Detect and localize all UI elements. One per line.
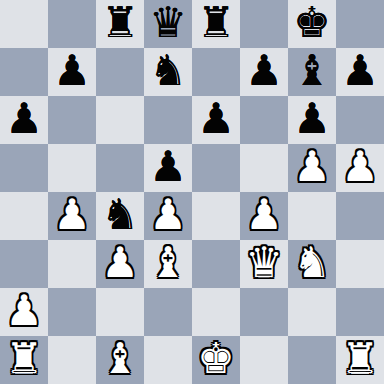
square-f7[interactable]: ♟	[240, 48, 288, 96]
square-d1[interactable]	[144, 336, 192, 384]
white-pawn[interactable]: ♟	[5, 287, 43, 335]
square-f5[interactable]	[240, 144, 288, 192]
square-c6[interactable]	[96, 96, 144, 144]
square-c4[interactable]: ♞	[96, 192, 144, 240]
square-h2[interactable]	[336, 288, 384, 336]
square-a3[interactable]	[0, 240, 48, 288]
square-e3[interactable]	[192, 240, 240, 288]
square-d3[interactable]: ♝	[144, 240, 192, 288]
square-d6[interactable]	[144, 96, 192, 144]
square-e4[interactable]	[192, 192, 240, 240]
square-a1[interactable]: ♜	[0, 336, 48, 384]
black-pawn[interactable]: ♟	[197, 95, 235, 143]
square-h6[interactable]	[336, 96, 384, 144]
chess-board-window: ♜♛♜♚♟♞♟♝♟♟♟♟♟♟♟♟♞♟♟♟♝♛♞♟♜♝♚♜	[0, 0, 384, 384]
square-a7[interactable]	[0, 48, 48, 96]
chess-board: ♜♛♜♚♟♞♟♝♟♟♟♟♟♟♟♟♞♟♟♟♝♛♞♟♜♝♚♜	[0, 0, 384, 384]
square-e1[interactable]: ♚	[192, 336, 240, 384]
white-pawn[interactable]: ♟	[293, 143, 331, 191]
white-queen[interactable]: ♛	[245, 239, 283, 287]
square-f3[interactable]: ♛	[240, 240, 288, 288]
black-bishop[interactable]: ♝	[293, 47, 331, 95]
square-a4[interactable]	[0, 192, 48, 240]
square-b7[interactable]: ♟	[48, 48, 96, 96]
square-a5[interactable]	[0, 144, 48, 192]
square-b3[interactable]	[48, 240, 96, 288]
black-pawn[interactable]: ♟	[341, 47, 379, 95]
square-c3[interactable]: ♟	[96, 240, 144, 288]
square-g5[interactable]: ♟	[288, 144, 336, 192]
white-pawn[interactable]: ♟	[101, 239, 139, 287]
square-a6[interactable]: ♟	[0, 96, 48, 144]
white-rook[interactable]: ♜	[5, 335, 43, 383]
square-h7[interactable]: ♟	[336, 48, 384, 96]
square-f2[interactable]	[240, 288, 288, 336]
square-e5[interactable]	[192, 144, 240, 192]
square-g7[interactable]: ♝	[288, 48, 336, 96]
black-pawn[interactable]: ♟	[5, 95, 43, 143]
square-g1[interactable]	[288, 336, 336, 384]
square-c8[interactable]: ♜	[96, 0, 144, 48]
black-king[interactable]: ♚	[293, 0, 331, 47]
square-b4[interactable]: ♟	[48, 192, 96, 240]
black-knight[interactable]: ♞	[101, 191, 139, 239]
square-a8[interactable]	[0, 0, 48, 48]
square-a2[interactable]: ♟	[0, 288, 48, 336]
square-g2[interactable]	[288, 288, 336, 336]
square-f8[interactable]	[240, 0, 288, 48]
square-d7[interactable]: ♞	[144, 48, 192, 96]
square-e8[interactable]: ♜	[192, 0, 240, 48]
square-b5[interactable]	[48, 144, 96, 192]
square-b6[interactable]	[48, 96, 96, 144]
black-pawn[interactable]: ♟	[245, 47, 283, 95]
white-knight[interactable]: ♞	[293, 239, 331, 287]
white-bishop[interactable]: ♝	[101, 335, 139, 383]
square-d8[interactable]: ♛	[144, 0, 192, 48]
black-pawn[interactable]: ♟	[53, 47, 91, 95]
white-pawn[interactable]: ♟	[245, 191, 283, 239]
square-h5[interactable]: ♟	[336, 144, 384, 192]
square-g6[interactable]: ♟	[288, 96, 336, 144]
square-c5[interactable]	[96, 144, 144, 192]
square-h3[interactable]	[336, 240, 384, 288]
white-pawn[interactable]: ♟	[53, 191, 91, 239]
black-pawn[interactable]: ♟	[293, 95, 331, 143]
square-g3[interactable]: ♞	[288, 240, 336, 288]
square-d5[interactable]: ♟	[144, 144, 192, 192]
white-pawn[interactable]: ♟	[341, 143, 379, 191]
square-c2[interactable]	[96, 288, 144, 336]
square-f4[interactable]: ♟	[240, 192, 288, 240]
square-b2[interactable]	[48, 288, 96, 336]
square-e6[interactable]: ♟	[192, 96, 240, 144]
square-d4[interactable]: ♟	[144, 192, 192, 240]
black-knight[interactable]: ♞	[149, 47, 187, 95]
white-bishop[interactable]: ♝	[149, 239, 187, 287]
black-pawn[interactable]: ♟	[149, 143, 187, 191]
square-c1[interactable]: ♝	[96, 336, 144, 384]
white-king[interactable]: ♚	[197, 335, 235, 383]
square-h8[interactable]	[336, 0, 384, 48]
black-rook[interactable]: ♜	[101, 0, 139, 47]
white-rook[interactable]: ♜	[341, 335, 379, 383]
square-f6[interactable]	[240, 96, 288, 144]
square-e2[interactable]	[192, 288, 240, 336]
square-h4[interactable]	[336, 192, 384, 240]
square-g8[interactable]: ♚	[288, 0, 336, 48]
square-g4[interactable]	[288, 192, 336, 240]
white-pawn[interactable]: ♟	[149, 191, 187, 239]
square-h1[interactable]: ♜	[336, 336, 384, 384]
black-queen[interactable]: ♛	[149, 0, 187, 47]
square-c7[interactable]	[96, 48, 144, 96]
black-rook[interactable]: ♜	[197, 0, 235, 47]
square-e7[interactable]	[192, 48, 240, 96]
square-b8[interactable]	[48, 0, 96, 48]
square-d2[interactable]	[144, 288, 192, 336]
square-f1[interactable]	[240, 336, 288, 384]
square-b1[interactable]	[48, 336, 96, 384]
